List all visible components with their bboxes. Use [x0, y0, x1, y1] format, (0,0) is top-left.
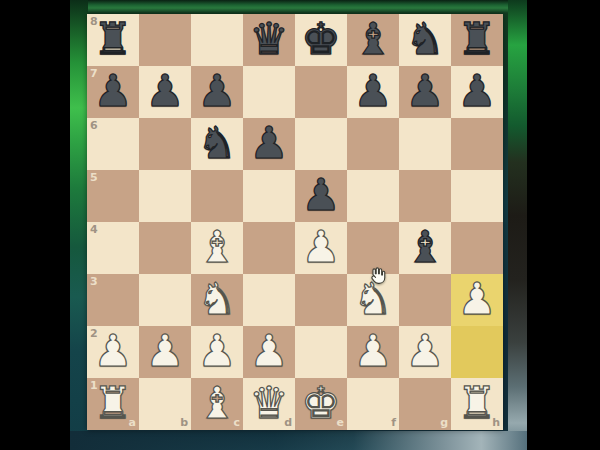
square-h3[interactable]: ♟ — [451, 274, 503, 326]
square-d4[interactable] — [243, 222, 295, 274]
black-bishop-f8[interactable]: ♝ — [347, 14, 399, 66]
square-g4[interactable]: ♝ — [399, 222, 451, 274]
square-c7[interactable]: ♟ — [191, 66, 243, 118]
black-pawn-c7[interactable]: ♟ — [191, 66, 243, 118]
square-f3[interactable]: ♞ — [347, 274, 399, 326]
white-pawn-f2[interactable]: ♟ — [347, 326, 399, 378]
square-a4[interactable]: 4 — [87, 222, 139, 274]
square-e5[interactable]: ♟ — [295, 170, 347, 222]
black-pawn-f7[interactable]: ♟ — [347, 66, 399, 118]
square-b5[interactable] — [139, 170, 191, 222]
square-e1[interactable]: e♚ — [295, 378, 347, 430]
square-d7[interactable] — [243, 66, 295, 118]
file-label-g: g — [440, 417, 448, 428]
square-g1[interactable]: g — [399, 378, 451, 430]
rank-label-3: 3 — [90, 276, 98, 287]
square-h4[interactable] — [451, 222, 503, 274]
square-f1[interactable]: f — [347, 378, 399, 430]
white-queen-d1[interactable]: ♛ — [243, 378, 295, 430]
rank-label-6: 6 — [90, 120, 98, 131]
square-c5[interactable] — [191, 170, 243, 222]
black-knight-g8[interactable]: ♞ — [399, 14, 451, 66]
black-pawn-g7[interactable]: ♟ — [399, 66, 451, 118]
square-e7[interactable] — [295, 66, 347, 118]
square-g6[interactable] — [399, 118, 451, 170]
black-king-e8[interactable]: ♚ — [295, 14, 347, 66]
square-c2[interactable]: ♟ — [191, 326, 243, 378]
white-pawn-b2[interactable]: ♟ — [139, 326, 191, 378]
black-queen-d8[interactable]: ♛ — [243, 14, 295, 66]
square-d8[interactable]: ♛ — [243, 14, 295, 66]
square-f6[interactable] — [347, 118, 399, 170]
square-h1[interactable]: h♜ — [451, 378, 503, 430]
water-strip-bottom — [70, 431, 527, 450]
black-rook-h8[interactable]: ♜ — [451, 14, 503, 66]
square-c3[interactable]: ♞ — [191, 274, 243, 326]
black-pawn-d6[interactable]: ♟ — [243, 118, 295, 170]
square-c8[interactable] — [191, 14, 243, 66]
square-h5[interactable] — [451, 170, 503, 222]
square-d1[interactable]: d♛ — [243, 378, 295, 430]
square-f2[interactable]: ♟ — [347, 326, 399, 378]
square-h2[interactable] — [451, 326, 503, 378]
app: 8♜♛♚♝♞♜7♟♟♟♟♟♟6♞♟5♟4♝♟♝3♞♞♟2♟♟♟♟♟♟1a♜bc♝… — [0, 0, 600, 450]
white-pawn-a2[interactable]: ♟ — [87, 326, 139, 378]
black-pawn-a7[interactable]: ♟ — [87, 66, 139, 118]
square-b6[interactable] — [139, 118, 191, 170]
square-f4[interactable] — [347, 222, 399, 274]
square-d3[interactable] — [243, 274, 295, 326]
black-pawn-b7[interactable]: ♟ — [139, 66, 191, 118]
letterbox-right — [527, 0, 600, 450]
square-g5[interactable] — [399, 170, 451, 222]
rank-label-5: 5 — [90, 172, 98, 183]
square-b1[interactable]: b — [139, 378, 191, 430]
square-b3[interactable] — [139, 274, 191, 326]
square-e6[interactable] — [295, 118, 347, 170]
square-c6[interactable]: ♞ — [191, 118, 243, 170]
black-pawn-h7[interactable]: ♟ — [451, 66, 503, 118]
square-c1[interactable]: c♝ — [191, 378, 243, 430]
square-a8[interactable]: 8♜ — [87, 14, 139, 66]
rank-label-4: 4 — [90, 224, 98, 235]
square-h7[interactable]: ♟ — [451, 66, 503, 118]
white-king-e1[interactable]: ♚ — [295, 378, 347, 430]
square-e2[interactable] — [295, 326, 347, 378]
square-e8[interactable]: ♚ — [295, 14, 347, 66]
black-bishop-g4[interactable]: ♝ — [399, 222, 451, 274]
square-h6[interactable] — [451, 118, 503, 170]
square-f7[interactable]: ♟ — [347, 66, 399, 118]
chess-board: 8♜♛♚♝♞♜7♟♟♟♟♟♟6♞♟5♟4♝♟♝3♞♞♟2♟♟♟♟♟♟1a♜bc♝… — [87, 14, 503, 430]
file-label-b: b — [180, 417, 188, 428]
square-g7[interactable]: ♟ — [399, 66, 451, 118]
white-bishop-c1[interactable]: ♝ — [191, 378, 243, 430]
square-h8[interactable]: ♜ — [451, 14, 503, 66]
aurora-sliver-right — [508, 0, 527, 450]
white-knight-c3[interactable]: ♞ — [191, 274, 243, 326]
square-b4[interactable] — [139, 222, 191, 274]
letterbox-left — [0, 0, 70, 450]
square-e4[interactable]: ♟ — [295, 222, 347, 274]
square-d2[interactable]: ♟ — [243, 326, 295, 378]
white-pawn-d2[interactable]: ♟ — [243, 326, 295, 378]
black-rook-a8[interactable]: ♜ — [87, 14, 139, 66]
white-rook-h1[interactable]: ♜ — [451, 378, 503, 430]
white-knight-f3[interactable]: ♞ — [347, 274, 399, 326]
file-label-f: f — [391, 417, 396, 428]
black-knight-c6[interactable]: ♞ — [191, 118, 243, 170]
square-f5[interactable] — [347, 170, 399, 222]
square-a7[interactable]: 7♟ — [87, 66, 139, 118]
square-g8[interactable]: ♞ — [399, 14, 451, 66]
square-a6[interactable]: 6 — [87, 118, 139, 170]
square-e3[interactable] — [295, 274, 347, 326]
square-f8[interactable]: ♝ — [347, 14, 399, 66]
square-g2[interactable]: ♟ — [399, 326, 451, 378]
square-b8[interactable] — [139, 14, 191, 66]
aurora-sliver-left — [70, 0, 88, 450]
square-d6[interactable]: ♟ — [243, 118, 295, 170]
square-c4[interactable]: ♝ — [191, 222, 243, 274]
square-a1[interactable]: 1a♜ — [87, 378, 139, 430]
white-rook-a1[interactable]: ♜ — [87, 378, 139, 430]
white-pawn-c2[interactable]: ♟ — [191, 326, 243, 378]
square-b2[interactable]: ♟ — [139, 326, 191, 378]
square-g3[interactable] — [399, 274, 451, 326]
square-a2[interactable]: 2♟ — [87, 326, 139, 378]
white-pawn-h3[interactable]: ♟ — [451, 274, 503, 326]
square-d5[interactable] — [243, 170, 295, 222]
white-bishop-c4[interactable]: ♝ — [191, 222, 243, 274]
square-a3[interactable]: 3 — [87, 274, 139, 326]
white-pawn-g2[interactable]: ♟ — [399, 326, 451, 378]
white-pawn-e4[interactable]: ♟ — [295, 222, 347, 274]
black-pawn-e5[interactable]: ♟ — [295, 170, 347, 222]
square-b7[interactable]: ♟ — [139, 66, 191, 118]
square-a5[interactable]: 5 — [87, 170, 139, 222]
